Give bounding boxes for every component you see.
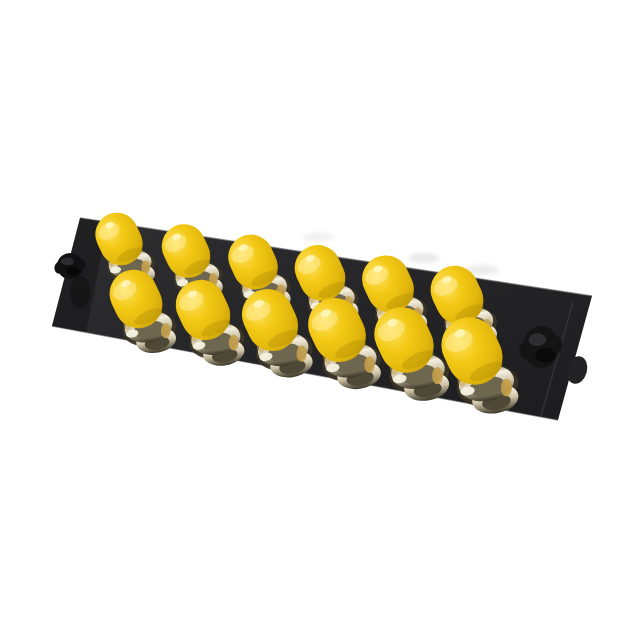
coupler-gold-reflection <box>364 356 375 373</box>
scene-canvas <box>0 0 640 640</box>
product-photo <box>0 0 640 640</box>
coupler-gold-reflection <box>229 335 239 351</box>
background-smudge <box>409 253 439 263</box>
screw-highlight <box>61 258 74 266</box>
screw-shadow <box>70 276 90 308</box>
coupler-gold-reflection <box>501 379 512 397</box>
coupler-gold-reflection <box>432 367 443 384</box>
coupler-gold-reflection <box>297 346 307 362</box>
screw-shade <box>536 348 556 363</box>
screw-highlight <box>528 333 546 346</box>
background-smudge <box>302 233 334 241</box>
coupler-gold-reflection <box>161 323 171 338</box>
screw-shade <box>66 267 80 276</box>
